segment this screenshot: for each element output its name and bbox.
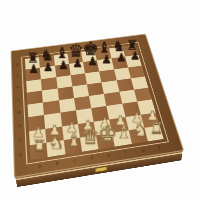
piece-white-bishop[interactable]: ♝ [116, 124, 132, 142]
piece-white-king[interactable]: ♚ [98, 123, 118, 145]
piece-black-pawn[interactable]: ♟ [87, 56, 98, 68]
chessboard: 8a7b6c5d4e3f2g1h ♜♞♝♛♚♝♞♜♟♟♟♟♟♟♟♟♟♟♟♟♟♟♟… [11, 34, 185, 178]
piece-white-knight[interactable]: ♞ [133, 122, 149, 139]
piece-black-pawn[interactable]: ♟ [73, 58, 84, 70]
piece-black-pawn[interactable]: ♟ [130, 51, 140, 63]
piece-white-queen[interactable]: ♛ [81, 127, 100, 148]
piece-white-rook[interactable]: ♜ [150, 121, 164, 137]
piece-white-rook[interactable]: ♜ [32, 139, 46, 155]
piece-black-pawn[interactable]: ♟ [28, 64, 39, 76]
piece-white-knight[interactable]: ♞ [49, 135, 65, 153]
piece-black-pawn[interactable]: ♟ [43, 62, 54, 74]
brass-latch [94, 166, 107, 173]
product-photo: 8a7b6c5d4e3f2g1h ♜♞♝♛♚♝♞♜♟♟♟♟♟♟♟♟♟♟♟♟♟♟♟… [0, 0, 200, 200]
piece-white-bishop[interactable]: ♝ [65, 132, 81, 150]
piece-black-pawn[interactable]: ♟ [102, 54, 113, 66]
scene: 8a7b6c5d4e3f2g1h ♜♞♝♛♚♝♞♜♟♟♟♟♟♟♟♟♟♟♟♟♟♟♟… [0, 0, 200, 200]
piece-black-pawn[interactable]: ♟ [58, 60, 69, 72]
piece-black-pawn[interactable]: ♟ [116, 52, 127, 64]
